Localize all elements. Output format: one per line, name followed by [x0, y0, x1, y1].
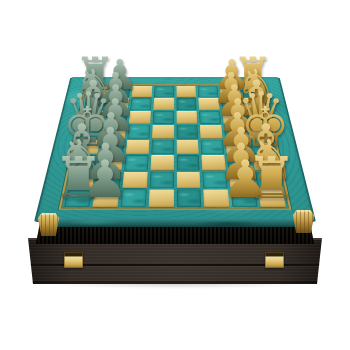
pieces-layer: ♜♟♟♜♞♟♟♞♝♟♟♝♛♟♟♛♚♟♟♚♝♟♟♝♞♟♟♞♜♟♟♜: [0, 0, 350, 350]
piece-brass-rook[interactable]: ♜: [246, 149, 298, 207]
piece-verdigris-pawn[interactable]: ♟: [82, 154, 128, 206]
chess-set-photo: ♜♟♟♜♞♟♟♞♝♟♟♝♛♟♟♛♚♟♟♚♝♟♟♝♞♟♟♞♜♟♟♜: [0, 0, 350, 350]
